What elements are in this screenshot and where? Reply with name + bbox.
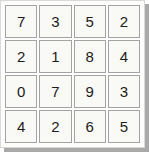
number-grid: 7 3 5 2 2 1 8 4 0 7 9 3 4 2 6 5 (5, 5, 140, 143)
grid-cell-r1c4[interactable]: 2 (108, 5, 140, 38)
grid-cell-r1c1[interactable]: 7 (5, 5, 37, 38)
grid-cell-r3c4[interactable]: 3 (108, 75, 140, 108)
grid-cell-r3c3[interactable]: 9 (74, 75, 106, 108)
grid-cell-r4c3[interactable]: 6 (74, 110, 106, 143)
grid-cell-r2c3[interactable]: 8 (74, 40, 106, 73)
grid-cell-r2c4[interactable]: 4 (108, 40, 140, 73)
grid-cell-r3c1[interactable]: 0 (5, 75, 37, 108)
grid-cell-r4c1[interactable]: 4 (5, 110, 37, 143)
grid-cell-r3c2[interactable]: 7 (39, 75, 71, 108)
grid-cell-r4c2[interactable]: 2 (39, 110, 71, 143)
grid-cell-r2c2[interactable]: 1 (39, 40, 71, 73)
grid-cell-r2c1[interactable]: 2 (5, 40, 37, 73)
grid-cell-r4c4[interactable]: 5 (108, 110, 140, 143)
grid-cell-r1c3[interactable]: 5 (74, 5, 106, 38)
puzzle-panel: 7 3 5 2 2 1 8 4 0 7 9 3 4 2 6 5 (0, 0, 145, 148)
grid-cell-r1c2[interactable]: 3 (39, 5, 71, 38)
